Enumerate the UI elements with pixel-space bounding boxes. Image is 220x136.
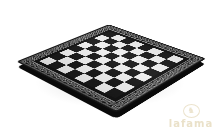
watermark-text: lafama (165, 119, 217, 129)
board-square (104, 68, 123, 77)
product-photo: ♞ lafama (0, 0, 220, 136)
board-square (94, 83, 114, 93)
board-square (142, 68, 161, 77)
watermark-emblem-icon: ♞ (183, 104, 200, 118)
board-top (16, 24, 206, 113)
board-square (66, 61, 85, 69)
board-square (158, 59, 176, 67)
board-square (85, 60, 103, 68)
board-square (48, 61, 67, 70)
board-square (56, 65, 75, 74)
chessboard (16, 24, 206, 113)
board-square (104, 87, 125, 98)
board-square (150, 63, 169, 72)
board-square (84, 69, 103, 78)
board-square (84, 78, 104, 88)
board-square (140, 59, 158, 67)
board-square (94, 73, 114, 82)
board-square (104, 78, 124, 88)
board-square (65, 69, 84, 78)
board-square (74, 73, 94, 83)
board-square (75, 65, 94, 74)
board-square (123, 68, 142, 77)
board-square (132, 64, 151, 73)
board-square (133, 72, 152, 81)
board-square (114, 73, 134, 82)
watermark: ♞ lafama (165, 104, 217, 129)
board-square (114, 82, 134, 92)
board-square (94, 64, 113, 73)
board-square (103, 60, 121, 68)
board-square (122, 60, 140, 68)
board-square (113, 64, 132, 73)
board-square (124, 77, 144, 87)
